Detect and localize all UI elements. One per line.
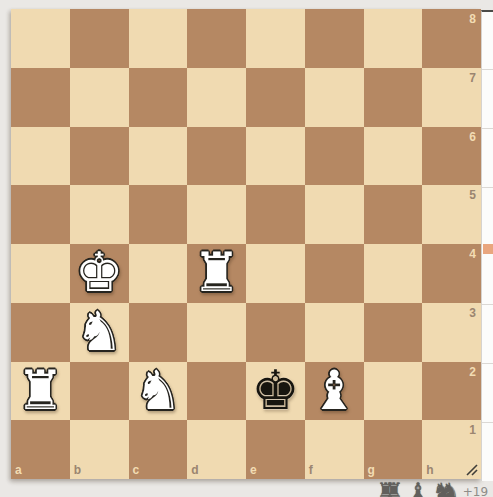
square-c2[interactable]: ♞: [129, 362, 188, 421]
square-c7[interactable]: [129, 68, 188, 127]
square-b1[interactable]: b: [70, 420, 129, 479]
square-c8[interactable]: [129, 9, 188, 68]
scrollbar-thumb[interactable]: [483, 244, 493, 254]
square-e3[interactable]: [246, 303, 305, 362]
white-knight[interactable]: ♞: [129, 362, 188, 421]
file-label-b: b: [74, 463, 81, 477]
square-b7[interactable]: [70, 68, 129, 127]
file-label-a: a: [15, 463, 22, 477]
square-d3[interactable]: [187, 303, 246, 362]
panel-row-divider: [482, 187, 493, 188]
square-a7[interactable]: [11, 68, 70, 127]
square-b4[interactable]: ♚: [70, 244, 129, 303]
square-f8[interactable]: [305, 9, 364, 68]
rank-label-1: 1: [469, 423, 476, 437]
square-h3[interactable]: 3: [422, 303, 481, 362]
square-a6[interactable]: [11, 127, 70, 186]
file-label-c: c: [133, 463, 140, 477]
square-b5[interactable]: [70, 185, 129, 244]
square-g1[interactable]: g: [364, 420, 423, 479]
square-b2[interactable]: [70, 362, 129, 421]
square-f3[interactable]: [305, 303, 364, 362]
square-g8[interactable]: [364, 9, 423, 68]
square-a8[interactable]: [11, 9, 70, 68]
square-h7[interactable]: 7: [422, 68, 481, 127]
rank-label-5: 5: [469, 188, 476, 202]
square-h5[interactable]: 5: [422, 185, 481, 244]
square-a4[interactable]: [11, 244, 70, 303]
square-h4[interactable]: 4: [422, 244, 481, 303]
square-c1[interactable]: c: [129, 420, 188, 479]
square-d2[interactable]: [187, 362, 246, 421]
rook-icon: ♜: [385, 480, 403, 497]
square-f6[interactable]: [305, 127, 364, 186]
chess-board: 8765♚♜4♞3♜♞♚♝2abcdefg1h: [11, 9, 481, 479]
square-d7[interactable]: [187, 68, 246, 127]
square-g3[interactable]: [364, 303, 423, 362]
panel-row-divider: [482, 128, 493, 129]
square-a3[interactable]: [11, 303, 70, 362]
square-g5[interactable]: [364, 185, 423, 244]
square-a5[interactable]: [11, 185, 70, 244]
square-h1[interactable]: 1h: [422, 420, 481, 479]
square-c3[interactable]: [129, 303, 188, 362]
rank-label-6: 6: [469, 130, 476, 144]
square-e1[interactable]: e: [246, 420, 305, 479]
square-h8[interactable]: 8: [422, 9, 481, 68]
square-e7[interactable]: [246, 68, 305, 127]
white-bishop[interactable]: ♝: [305, 362, 364, 421]
square-b8[interactable]: [70, 9, 129, 68]
rank-label-4: 4: [469, 247, 476, 261]
square-g2[interactable]: [364, 362, 423, 421]
rank-label-3: 3: [469, 306, 476, 320]
knight-icon: ♞: [441, 480, 459, 497]
square-g7[interactable]: [364, 68, 423, 127]
square-e4[interactable]: [246, 244, 305, 303]
square-f1[interactable]: f: [305, 420, 364, 479]
white-knight[interactable]: ♞: [70, 303, 129, 362]
file-label-e: e: [250, 463, 257, 477]
captured-pieces: ♜♜♝♞♞: [377, 480, 459, 497]
square-d5[interactable]: [187, 185, 246, 244]
square-d1[interactable]: d: [187, 420, 246, 479]
white-king[interactable]: ♚: [70, 244, 129, 303]
square-a1[interactable]: a: [11, 420, 70, 479]
file-label-g: g: [368, 463, 375, 477]
square-g6[interactable]: [364, 127, 423, 186]
square-c4[interactable]: [129, 244, 188, 303]
white-rook[interactable]: ♜: [11, 362, 70, 421]
square-d4[interactable]: ♜: [187, 244, 246, 303]
square-b6[interactable]: [70, 127, 129, 186]
file-label-d: d: [191, 463, 198, 477]
material-advantage-label: +19: [463, 480, 488, 497]
square-h6[interactable]: 6: [422, 127, 481, 186]
file-label-h: h: [426, 463, 433, 477]
square-c5[interactable]: [129, 185, 188, 244]
square-b3[interactable]: ♞: [70, 303, 129, 362]
square-e5[interactable]: [246, 185, 305, 244]
square-e6[interactable]: [246, 127, 305, 186]
square-f5[interactable]: [305, 185, 364, 244]
panel-row-divider: [482, 422, 493, 423]
rank-label-2: 2: [469, 365, 476, 379]
material-advantage-bar: ♜♜♝♞♞ +19: [377, 480, 488, 497]
black-king[interactable]: ♚: [246, 362, 305, 421]
rank-label-7: 7: [469, 71, 476, 85]
square-f4[interactable]: [305, 244, 364, 303]
square-f2[interactable]: ♝: [305, 362, 364, 421]
square-g4[interactable]: [364, 244, 423, 303]
file-label-f: f: [309, 463, 313, 477]
rank-label-8: 8: [469, 12, 476, 26]
square-e2[interactable]: ♚: [246, 362, 305, 421]
panel-row-divider: [482, 304, 493, 305]
panel-row-divider: [482, 363, 493, 364]
square-f7[interactable]: [305, 68, 364, 127]
side-panel-sliver: [481, 10, 493, 481]
square-d6[interactable]: [187, 127, 246, 186]
panel-row-divider: [482, 69, 493, 70]
square-e8[interactable]: [246, 9, 305, 68]
white-rook[interactable]: ♜: [187, 244, 246, 303]
square-c6[interactable]: [129, 127, 188, 186]
bishop-icon: ♝: [409, 480, 427, 497]
square-d8[interactable]: [187, 9, 246, 68]
square-h2[interactable]: 2: [422, 362, 481, 421]
square-a2[interactable]: ♜: [11, 362, 70, 421]
board-resize-handle-icon[interactable]: [464, 462, 479, 477]
